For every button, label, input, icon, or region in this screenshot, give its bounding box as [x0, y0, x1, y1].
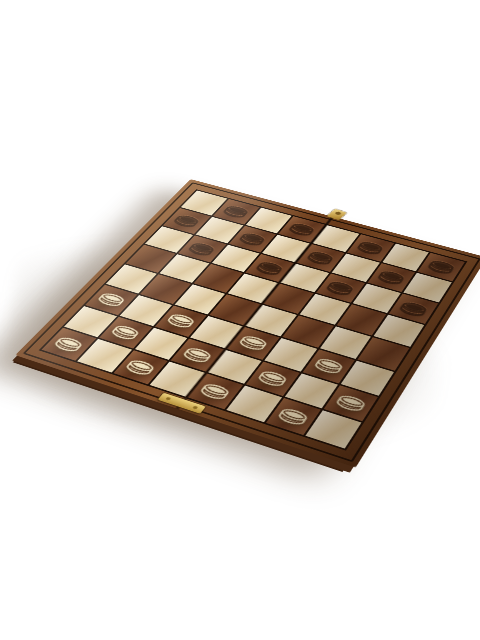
- product-photo-stage: ⛂⛂⛂⛂⛂⛂⛂⛂⛂⛂⛂⛂⛂⛂⛂⛂⛂⛂⛂⛂⛂⛂⛂⛂: [0, 0, 480, 640]
- piece-light[interactable]: ⛂: [331, 387, 373, 417]
- piece-dark[interactable]: ⛂: [374, 264, 411, 288]
- piece-dark[interactable]: ⛂: [353, 236, 389, 258]
- piece-dark[interactable]: ⛂: [322, 275, 360, 299]
- piece-dark[interactable]: ⛂: [424, 254, 460, 277]
- piece-dark[interactable]: ⛂: [219, 200, 255, 221]
- piece-dark[interactable]: ⛂: [303, 245, 340, 268]
- piece-light[interactable]: ⛂: [309, 351, 350, 379]
- piece-light[interactable]: ⛂: [273, 400, 316, 431]
- piece-dark[interactable]: ⛂: [235, 227, 272, 249]
- piece-dark[interactable]: ⛂: [395, 295, 433, 320]
- piece-light[interactable]: ⛂: [253, 363, 295, 392]
